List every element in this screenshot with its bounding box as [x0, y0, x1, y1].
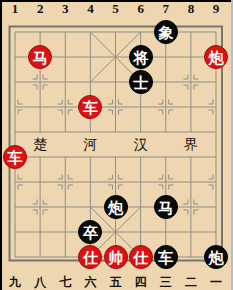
- file-label-top-3: 3: [55, 1, 75, 17]
- piece-red-cannon[interactable]: 炮: [204, 45, 228, 69]
- file-label-bottom-7: 三: [156, 274, 176, 290]
- file-label-bottom-1: 九: [5, 274, 25, 290]
- xiangqi-board[interactable]: 象马将炮士车车炮马卒仕帅仕车炮: [2, 20, 228, 270]
- piece-black-cannon[interactable]: 炮: [204, 245, 228, 269]
- piece-red-chariot[interactable]: 车: [3, 145, 27, 169]
- file-label-bottom-2: 八: [30, 274, 50, 290]
- file-label-top-4: 4: [80, 1, 100, 17]
- file-label-bottom-4: 六: [80, 274, 100, 290]
- piece-black-general[interactable]: 将: [129, 45, 153, 69]
- file-label-top-8: 8: [181, 1, 201, 17]
- window-edge-right: [231, 0, 233, 290]
- xiangqi-app: 123456789 楚河汉界 象马将炮士车车炮马卒仕帅仕车炮 九八七六五四三二一: [0, 0, 233, 290]
- piece-black-soldier[interactable]: 卒: [78, 220, 102, 244]
- file-label-top-2: 2: [30, 1, 50, 17]
- piece-red-horse[interactable]: 马: [28, 45, 52, 69]
- file-label-bottom-9: 一: [206, 274, 226, 290]
- piece-black-advisor[interactable]: 士: [129, 70, 153, 94]
- piece-red-chariot[interactable]: 车: [78, 95, 102, 119]
- file-label-top-5: 5: [106, 1, 126, 17]
- file-label-top-9: 9: [206, 1, 226, 17]
- file-label-top-7: 7: [156, 1, 176, 17]
- file-label-bottom-6: 四: [131, 274, 151, 290]
- piece-red-advisor[interactable]: 仕: [78, 245, 102, 269]
- window-edge-left: [0, 0, 2, 290]
- window-edge-top: [0, 0, 233, 2]
- file-label-bottom-5: 五: [106, 274, 126, 290]
- piece-black-horse[interactable]: 马: [154, 195, 178, 219]
- piece-red-general[interactable]: 帅: [104, 245, 128, 269]
- file-label-bottom-8: 二: [181, 274, 201, 290]
- piece-black-cannon[interactable]: 炮: [104, 195, 128, 219]
- piece-black-chariot[interactable]: 车: [154, 245, 178, 269]
- file-label-bottom-3: 七: [55, 274, 75, 290]
- file-label-top-1: 1: [5, 1, 25, 17]
- file-label-top-6: 6: [131, 1, 151, 17]
- piece-red-advisor[interactable]: 仕: [129, 245, 153, 269]
- piece-black-elephant[interactable]: 象: [154, 20, 178, 44]
